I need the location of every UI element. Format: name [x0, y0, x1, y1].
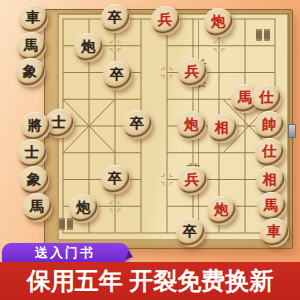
- piece-character: 士: [25, 146, 39, 160]
- warranty-banner[interactable]: 保用五年 开裂免费换新: [0, 262, 300, 300]
- product-photo: 漢界 楚河 車卒馬炮象卒士卒將士象卒馬炮卒兵炮兵馬仕炮帥相仕兵相馬炮車 送入门书…: [0, 0, 300, 300]
- piece-character: 馬: [30, 200, 44, 214]
- piece-black-卒[interactable]: 卒: [103, 61, 132, 90]
- piece-character: 馬: [238, 91, 252, 105]
- piece-character: 炮: [76, 201, 90, 215]
- piece-character: 卒: [110, 68, 124, 82]
- piece-character: 卒: [183, 225, 197, 239]
- promo-ribbon[interactable]: 送入门书: [2, 243, 129, 263]
- piece-character: 帥: [262, 118, 276, 132]
- piece-black-炮[interactable]: 炮: [69, 194, 98, 223]
- maker-stamp-bottom-left: [59, 218, 73, 230]
- piece-character: 兵: [158, 13, 172, 27]
- piece-character: 將: [28, 119, 42, 133]
- piece-character: 炮: [81, 40, 95, 54]
- piece-character: 炮: [214, 203, 228, 217]
- piece-character: 馬: [24, 39, 38, 53]
- piece-black-象[interactable]: 象: [20, 166, 49, 195]
- piece-red-兵[interactable]: 兵: [178, 58, 207, 87]
- piece-character: 仕: [262, 145, 276, 159]
- piece-black-將[interactable]: 將: [21, 112, 50, 141]
- piece-black-車[interactable]: 車: [19, 4, 48, 33]
- piece-black-炮[interactable]: 炮: [74, 33, 103, 62]
- maker-stamp-top-right: [256, 29, 270, 41]
- piece-red-炮[interactable]: 炮: [204, 8, 233, 37]
- piece-character: 炮: [184, 118, 198, 132]
- piece-black-卒[interactable]: 卒: [176, 218, 205, 247]
- piece-red-相[interactable]: 相: [256, 166, 285, 195]
- piece-black-士[interactable]: 士: [18, 139, 47, 168]
- piece-character: 炮: [211, 15, 225, 29]
- piece-black-馬[interactable]: 馬: [17, 32, 46, 61]
- piece-red-帥[interactable]: 帥: [255, 111, 284, 140]
- piece-character: 兵: [185, 65, 199, 79]
- piece-character: 馬: [264, 199, 278, 213]
- piece-character: 兵: [185, 173, 199, 187]
- piece-character: 卒: [108, 172, 122, 186]
- piece-red-車[interactable]: 車: [260, 218, 289, 247]
- piece-character: 象: [27, 173, 41, 187]
- piece-character: 相: [263, 173, 277, 187]
- hinge-right-icon: [288, 124, 296, 138]
- piece-black-卒[interactable]: 卒: [101, 165, 130, 194]
- piece-red-兵[interactable]: 兵: [178, 166, 207, 195]
- piece-black-卒[interactable]: 卒: [101, 4, 130, 33]
- piece-character: 車: [267, 225, 281, 239]
- promo-ribbon-label: 送入门书: [35, 244, 95, 262]
- piece-red-馬[interactable]: 馬: [257, 192, 286, 221]
- piece-character: 仕: [259, 91, 273, 105]
- piece-red-仕[interactable]: 仕: [255, 138, 284, 167]
- piece-character: 士: [52, 116, 66, 130]
- piece-red-炮[interactable]: 炮: [177, 111, 206, 140]
- piece-character: 相: [215, 121, 229, 135]
- piece-black-象[interactable]: 象: [16, 58, 45, 87]
- warranty-banner-label: 保用五年 开裂免费换新: [27, 265, 274, 297]
- piece-character: 車: [26, 11, 40, 25]
- piece-red-兵[interactable]: 兵: [151, 6, 180, 35]
- piece-red-仕[interactable]: 仕: [252, 84, 281, 113]
- piece-red-相[interactable]: 相: [208, 114, 237, 143]
- piece-character: 卒: [130, 117, 144, 131]
- piece-character: 象: [23, 65, 37, 79]
- piece-black-馬[interactable]: 馬: [23, 193, 52, 222]
- piece-black-卒[interactable]: 卒: [123, 110, 152, 139]
- piece-character: 卒: [108, 11, 122, 25]
- piece-red-炮[interactable]: 炮: [207, 196, 236, 225]
